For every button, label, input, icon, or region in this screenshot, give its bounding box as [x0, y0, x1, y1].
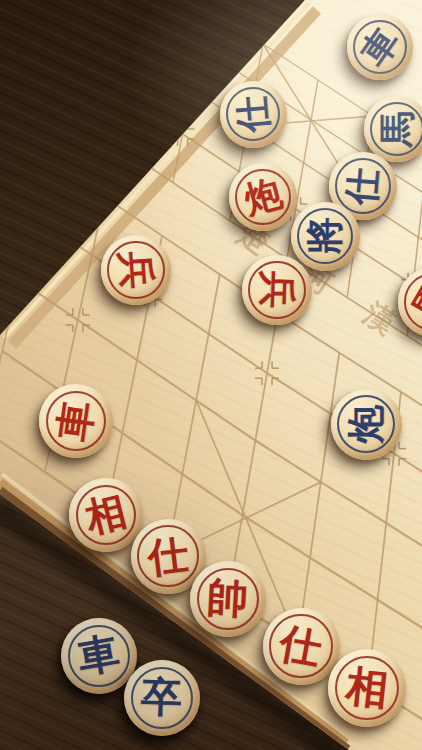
piece-glyph-advisor: 仕	[277, 622, 325, 670]
piece-red-horse-partial[interactable]: 馬	[398, 267, 422, 337]
piece-glyph-chariot: 車	[355, 22, 405, 72]
piece-glyph-cannon: 炮	[347, 405, 385, 443]
piece-glyph-advisor: 仕	[343, 166, 383, 206]
piece-black-cannon-1[interactable]: 炮	[331, 389, 402, 460]
piece-glyph-soldier: 兵	[116, 250, 156, 290]
piece-glyph-general: 帥	[206, 577, 249, 620]
piece-red-cannon-1[interactable]: 炮	[229, 163, 297, 231]
piece-glyph-chariot: 車	[53, 398, 98, 443]
piece-black-chariot-1[interactable]: 車	[347, 14, 413, 80]
piece-glyph-chariot: 車	[75, 632, 123, 680]
piece-glyph-soldier: 兵	[257, 270, 296, 309]
piece-black-advisor-1[interactable]: 仕	[220, 81, 287, 148]
piece-red-elephant-1[interactable]: 相	[69, 478, 143, 552]
pieces-layer: 車馬仕仕將炮兵兵車炮相仕帥仕相馬車卒	[0, 0, 422, 750]
piece-black-soldier-1[interactable]: 卒	[124, 660, 200, 736]
piece-red-chariot-1[interactable]: 車	[39, 384, 113, 458]
piece-glyph-cannon: 炮	[241, 175, 286, 220]
piece-red-soldier-1[interactable]: 兵	[101, 235, 171, 305]
piece-glyph-soldier: 卒	[141, 677, 183, 719]
piece-glyph-horse: 馬	[407, 276, 422, 328]
piece-red-general[interactable]: 帥	[190, 561, 266, 637]
piece-glyph-advisor: 仕	[145, 533, 190, 578]
piece-glyph-elephant: 相	[344, 665, 390, 711]
piece-glyph-elephant: 相	[82, 491, 130, 539]
piece-glyph-advisor: 仕	[233, 94, 272, 133]
piece-glyph-general: 將	[306, 217, 343, 254]
piece-red-advisor-2[interactable]: 仕	[263, 608, 340, 685]
piece-black-horse-1[interactable]: 馬	[364, 96, 422, 162]
piece-black-chariot-2[interactable]: 車	[61, 618, 137, 694]
piece-glyph-horse: 馬	[379, 111, 415, 147]
piece-red-soldier-2[interactable]: 兵	[242, 255, 312, 325]
game-scene: 楚河漢界 車馬仕仕將炮兵兵車炮相仕帥仕相馬車卒	[0, 0, 422, 750]
piece-red-elephant-2[interactable]: 相	[328, 649, 406, 727]
piece-black-general[interactable]: 將	[291, 202, 360, 271]
